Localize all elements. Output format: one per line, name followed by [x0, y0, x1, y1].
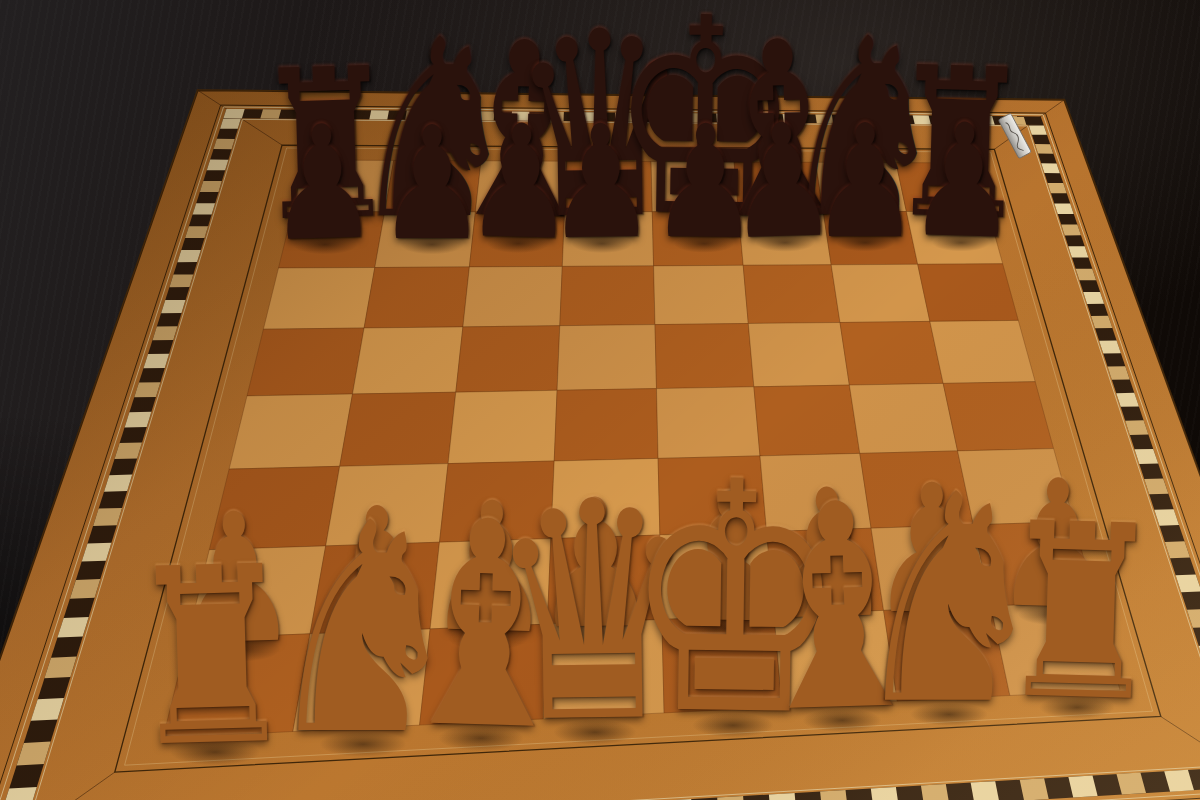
piece-black-pawn[interactable]: ♟	[810, 104, 919, 260]
piece-white-rook[interactable]: ♜	[993, 491, 1167, 736]
piece-black-pawn[interactable]: ♟	[907, 102, 1020, 261]
piece-black-pawn[interactable]: ♟	[545, 104, 656, 262]
piece-black-pawn[interactable]: ♟	[266, 103, 380, 263]
piece-layer: ♜♞♝♛♚♝♞♜♟♟♟♟♟♟♟♟♟♟♟♟♟♟♟♟♜♞♝♛♚♝♞♜	[0, 0, 1200, 800]
